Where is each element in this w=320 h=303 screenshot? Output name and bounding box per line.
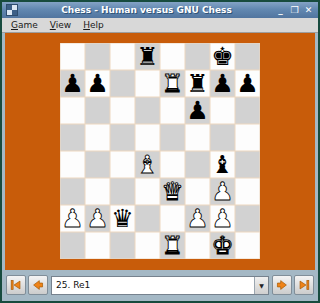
chessboard[interactable]: ♜♚♟♟♜♜♟♟♟♝♝♛♟♟♟♛♟♟♜♚ — [60, 43, 260, 259]
square-b4[interactable] — [85, 151, 110, 178]
white-rook[interactable]: ♜ — [161, 232, 183, 259]
square-c4[interactable] — [110, 151, 135, 178]
white-rook[interactable]: ♜ — [161, 70, 183, 97]
black-pawn[interactable]: ♟ — [211, 70, 233, 97]
square-g6[interactable] — [210, 97, 235, 124]
square-a6[interactable] — [60, 97, 85, 124]
white-pawn[interactable]: ♟ — [211, 178, 233, 205]
menu-view-rest: iew — [56, 20, 71, 30]
square-g7[interactable]: ♟ — [210, 70, 235, 97]
square-d7[interactable] — [135, 70, 160, 97]
square-b8[interactable] — [85, 43, 110, 70]
square-e6[interactable] — [160, 97, 185, 124]
square-b5[interactable] — [85, 124, 110, 151]
square-a8[interactable] — [60, 43, 85, 70]
square-h6[interactable] — [235, 97, 260, 124]
square-d1[interactable] — [135, 232, 160, 259]
square-a2[interactable]: ♟ — [60, 205, 85, 232]
move-selector-value: 25. Re1 — [52, 277, 254, 294]
chess-app-window: Chess - Human versus GNU Chess _ ❒ ✕ Gam… — [0, 0, 264, 303]
square-a5[interactable] — [60, 124, 85, 151]
square-f4[interactable] — [185, 151, 210, 178]
square-f6[interactable]: ♟ — [185, 97, 210, 124]
square-d8[interactable]: ♜ — [135, 43, 160, 70]
move-selector[interactable]: 25. Re1 ▼ — [51, 276, 264, 295]
square-h7[interactable]: ♟ — [235, 70, 260, 97]
square-f7[interactable]: ♜ — [185, 70, 210, 97]
menu-item-game[interactable]: Game — [5, 19, 44, 31]
square-b7[interactable]: ♟ — [85, 70, 110, 97]
square-d2[interactable] — [135, 205, 160, 232]
square-c8[interactable] — [110, 43, 135, 70]
square-f2[interactable]: ♟ — [185, 205, 210, 232]
square-d3[interactable] — [135, 178, 160, 205]
square-g4[interactable]: ♝ — [210, 151, 235, 178]
square-c1[interactable] — [110, 232, 135, 259]
square-h5[interactable] — [235, 124, 260, 151]
square-g1[interactable]: ♚ — [210, 232, 235, 259]
square-f5[interactable] — [185, 124, 210, 151]
square-h1[interactable] — [235, 232, 260, 259]
chevron-down-icon: ▼ — [259, 282, 264, 289]
menu-help-rest: elp — [90, 20, 104, 30]
square-f3[interactable] — [185, 178, 210, 205]
square-e8[interactable] — [160, 43, 185, 70]
previous-move-button[interactable] — [28, 275, 48, 295]
window-frame: ♜♚♟♟♜♜♟♟♟♝♝♛♟♟♟♛♟♟♜♚ 25. Re1 ▼ — [2, 33, 264, 301]
square-f1[interactable] — [185, 232, 210, 259]
square-e4[interactable] — [160, 151, 185, 178]
square-d4[interactable]: ♝ — [135, 151, 160, 178]
square-d5[interactable] — [135, 124, 160, 151]
menu-help-mnemonic: H — [83, 20, 90, 30]
first-move-button[interactable] — [6, 275, 26, 295]
square-a4[interactable] — [60, 151, 85, 178]
square-g8[interactable]: ♚ — [210, 43, 235, 70]
square-d6[interactable] — [135, 97, 160, 124]
square-h8[interactable] — [235, 43, 260, 70]
black-pawn[interactable]: ♟ — [61, 70, 83, 97]
square-e3[interactable]: ♛ — [160, 178, 185, 205]
square-b2[interactable]: ♟ — [85, 205, 110, 232]
square-f8[interactable] — [185, 43, 210, 70]
square-g5[interactable] — [210, 124, 235, 151]
square-a1[interactable] — [60, 232, 85, 259]
app-icon — [6, 4, 18, 16]
square-g2[interactable]: ♟ — [210, 205, 235, 232]
square-h2[interactable] — [235, 205, 260, 232]
menu-item-view[interactable]: View — [44, 19, 77, 31]
previous-move-icon — [31, 278, 45, 292]
menu-item-help[interactable]: Help — [77, 19, 110, 31]
titlebar: Chess - Human versus GNU Chess _ ❒ ✕ — [2, 2, 264, 18]
square-c3[interactable] — [110, 178, 135, 205]
white-pawn[interactable]: ♟ — [211, 205, 233, 232]
square-c2[interactable]: ♛ — [110, 205, 135, 232]
board-frame: ♜♚♟♟♜♜♟♟♟♝♝♛♟♟♟♛♟♟♜♚ — [5, 33, 264, 270]
move-selector-dropdown-button[interactable]: ▼ — [254, 277, 264, 294]
menubar: Game View Help — [2, 18, 264, 33]
black-king[interactable]: ♚ — [211, 43, 233, 70]
white-pawn[interactable]: ♟ — [86, 205, 108, 232]
white-queen[interactable]: ♛ — [161, 178, 183, 205]
square-e1[interactable]: ♜ — [160, 232, 185, 259]
square-g3[interactable]: ♟ — [210, 178, 235, 205]
menu-game-mnemonic: G — [11, 20, 18, 30]
white-pawn[interactable]: ♟ — [186, 205, 208, 232]
white-pawn[interactable]: ♟ — [61, 205, 83, 232]
square-a7[interactable]: ♟ — [60, 70, 85, 97]
window-title: Chess - Human versus GNU Chess — [21, 5, 264, 15]
square-h3[interactable] — [235, 178, 260, 205]
square-h4[interactable] — [235, 151, 260, 178]
white-bishop[interactable]: ♝ — [136, 151, 158, 178]
square-c6[interactable] — [110, 97, 135, 124]
black-pawn[interactable]: ♟ — [186, 97, 208, 124]
square-e7[interactable]: ♜ — [160, 70, 185, 97]
square-b1[interactable] — [85, 232, 110, 259]
square-c5[interactable] — [110, 124, 135, 151]
menu-game-rest: ame — [18, 20, 38, 30]
move-navigation-bar: 25. Re1 ▼ — [5, 270, 264, 301]
square-b6[interactable] — [85, 97, 110, 124]
square-e5[interactable] — [160, 124, 185, 151]
black-pawn[interactable]: ♟ — [86, 70, 108, 97]
square-a3[interactable] — [60, 178, 85, 205]
black-bishop[interactable]: ♝ — [211, 151, 233, 178]
skip-to-first-icon — [9, 278, 23, 292]
black-rook[interactable]: ♜ — [136, 43, 158, 70]
square-e2[interactable] — [160, 205, 185, 232]
black-queen[interactable]: ♛ — [111, 205, 133, 232]
white-king[interactable]: ♚ — [211, 232, 233, 259]
square-c7[interactable] — [110, 70, 135, 97]
black-rook[interactable]: ♜ — [186, 70, 208, 97]
square-b3[interactable] — [85, 178, 110, 205]
black-pawn[interactable]: ♟ — [236, 70, 258, 97]
